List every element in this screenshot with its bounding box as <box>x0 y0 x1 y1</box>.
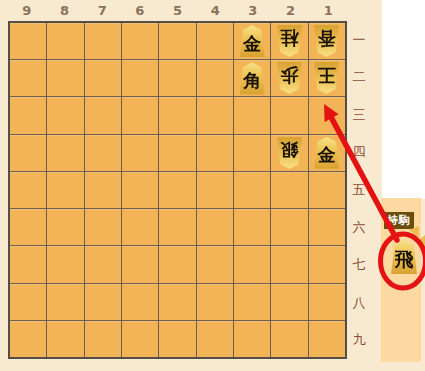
cell-5六[interactable] <box>159 209 195 245</box>
piece-kanji: 飛 <box>395 245 414 269</box>
cell-4九[interactable] <box>197 321 233 357</box>
cell-8三[interactable] <box>47 97 83 133</box>
cell-8四[interactable] <box>47 135 83 171</box>
cell-8五[interactable] <box>47 172 83 208</box>
file-label-9: 9 <box>8 2 46 19</box>
cell-9五[interactable] <box>10 172 46 208</box>
cell-3九[interactable] <box>234 321 270 357</box>
cell-2一[interactable]: 桂 <box>271 23 307 59</box>
cell-3八[interactable] <box>234 284 270 320</box>
rank-label-2: 二 <box>349 59 369 97</box>
rank-label-6: 六 <box>349 209 369 247</box>
file-labels: 987654321 <box>8 2 347 19</box>
cell-8二[interactable] <box>47 60 83 96</box>
hand-tray-label: 持駒 <box>384 212 414 229</box>
cell-4三[interactable] <box>197 97 233 133</box>
cell-1八[interactable] <box>309 284 345 320</box>
rank-label-8: 八 <box>349 284 369 322</box>
cell-3三[interactable] <box>234 97 270 133</box>
file-label-1: 1 <box>309 2 347 19</box>
cell-8九[interactable] <box>47 321 83 357</box>
cell-9六[interactable] <box>10 209 46 245</box>
piece-gote-pawn[interactable]: 歩 <box>275 62 304 94</box>
file-label-2: 2 <box>272 2 310 19</box>
cell-3五[interactable] <box>234 172 270 208</box>
rank-label-9: 九 <box>349 321 369 359</box>
cell-6六[interactable] <box>122 209 158 245</box>
cell-4二[interactable] <box>197 60 233 96</box>
rank-label-1: 一 <box>349 21 369 59</box>
cell-3二[interactable]: 角 <box>234 60 270 96</box>
piece-gote-lance[interactable]: 香 <box>312 25 341 57</box>
cell-3七[interactable] <box>234 246 270 282</box>
piece-kanji: 香 <box>318 30 336 53</box>
cell-5二[interactable] <box>159 60 195 96</box>
cell-6一[interactable] <box>122 23 158 59</box>
shogi-app: 持駒 987654321 一二三四五六七八九 金桂香角歩王銀金 飛 <box>0 0 425 371</box>
cell-7六[interactable] <box>85 209 121 245</box>
piece-gote-silver[interactable]: 銀 <box>275 137 304 169</box>
cell-9七[interactable] <box>10 246 46 282</box>
shogi-board[interactable]: 金桂香角歩王銀金 <box>8 21 347 359</box>
piece-kanji: 桂 <box>280 30 298 53</box>
cell-2四[interactable]: 銀 <box>271 135 307 171</box>
cell-4五[interactable] <box>197 172 233 208</box>
rank-label-3: 三 <box>349 96 369 134</box>
cell-4一[interactable] <box>197 23 233 59</box>
cell-3六[interactable] <box>234 209 270 245</box>
cell-4四[interactable] <box>197 135 233 171</box>
cell-1五[interactable] <box>309 172 345 208</box>
cell-5七[interactable] <box>159 246 195 282</box>
cell-7七[interactable] <box>85 246 121 282</box>
right-background-panel <box>382 0 425 199</box>
cell-7二[interactable] <box>85 60 121 96</box>
cell-1一[interactable]: 香 <box>309 23 345 59</box>
cell-5四[interactable] <box>159 135 195 171</box>
cell-2六[interactable] <box>271 209 307 245</box>
cell-2八[interactable] <box>271 284 307 320</box>
cell-1四[interactable]: 金 <box>309 135 345 171</box>
cell-1三[interactable] <box>309 97 345 133</box>
file-label-7: 7 <box>83 2 121 19</box>
cell-2五[interactable] <box>271 172 307 208</box>
cell-2九[interactable] <box>271 321 307 357</box>
rank-label-4: 四 <box>349 134 369 172</box>
cell-9三[interactable] <box>10 97 46 133</box>
cell-5八[interactable] <box>159 284 195 320</box>
cell-9二[interactable] <box>10 60 46 96</box>
cell-5一[interactable] <box>159 23 195 59</box>
cell-1七[interactable] <box>309 246 345 282</box>
cell-2三[interactable] <box>271 97 307 133</box>
cell-6二[interactable] <box>122 60 158 96</box>
file-label-5: 5 <box>159 2 197 19</box>
cell-9一[interactable] <box>10 23 46 59</box>
cell-8七[interactable] <box>47 246 83 282</box>
piece-kanji: 金 <box>318 141 336 164</box>
cell-8六[interactable] <box>47 209 83 245</box>
cell-7五[interactable] <box>85 172 121 208</box>
cell-9四[interactable] <box>10 135 46 171</box>
cell-7三[interactable] <box>85 97 121 133</box>
file-label-6: 6 <box>121 2 159 19</box>
cell-4八[interactable] <box>197 284 233 320</box>
cell-9九[interactable] <box>10 321 46 357</box>
cell-2七[interactable] <box>271 246 307 282</box>
cell-5三[interactable] <box>159 97 195 133</box>
cell-5五[interactable] <box>159 172 195 208</box>
piece-gote-king[interactable]: 王 <box>312 62 341 94</box>
cell-6九[interactable] <box>122 321 158 357</box>
file-label-4: 4 <box>196 2 234 19</box>
cell-6三[interactable] <box>122 97 158 133</box>
cell-9八[interactable] <box>10 284 46 320</box>
cell-7一[interactable] <box>85 23 121 59</box>
rank-label-7: 七 <box>349 246 369 284</box>
rank-labels: 一二三四五六七八九 <box>349 21 369 359</box>
cell-3四[interactable] <box>234 135 270 171</box>
piece-sente-bishop[interactable]: 角 <box>238 62 267 94</box>
rank-label-5: 五 <box>349 171 369 209</box>
cell-6七[interactable] <box>122 246 158 282</box>
piece-kanji: 角 <box>243 67 261 90</box>
cell-7八[interactable] <box>85 284 121 320</box>
file-label-8: 8 <box>46 2 84 19</box>
cell-1六[interactable] <box>309 209 345 245</box>
cell-1二[interactable]: 王 <box>309 60 345 96</box>
cell-6五[interactable] <box>122 172 158 208</box>
cell-2二[interactable]: 歩 <box>271 60 307 96</box>
cell-8八[interactable] <box>47 284 83 320</box>
cell-3一[interactable]: 金 <box>234 23 270 59</box>
cell-4六[interactable] <box>197 209 233 245</box>
cell-8一[interactable] <box>47 23 83 59</box>
piece-sente-gold[interactable]: 金 <box>238 25 267 57</box>
piece-kanji: 歩 <box>280 67 298 90</box>
cell-7九[interactable] <box>85 321 121 357</box>
cell-7四[interactable] <box>85 135 121 171</box>
piece-kanji: 金 <box>243 30 261 53</box>
cell-5九[interactable] <box>159 321 195 357</box>
piece-kanji: 王 <box>318 67 336 90</box>
cell-4七[interactable] <box>197 246 233 282</box>
cell-1九[interactable] <box>309 321 345 357</box>
cell-6四[interactable] <box>122 135 158 171</box>
piece-sente-gold[interactable]: 金 <box>312 137 341 169</box>
piece-gote-knight[interactable]: 桂 <box>275 25 304 57</box>
cell-6八[interactable] <box>122 284 158 320</box>
file-label-3: 3 <box>234 2 272 19</box>
piece-kanji: 銀 <box>280 141 298 164</box>
